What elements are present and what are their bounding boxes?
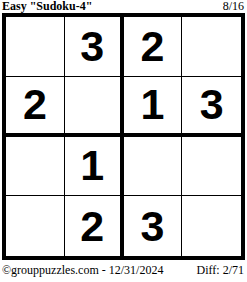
puzzle-title: Easy "Sudoku-4" [2,0,92,13]
cell-r3c2: 1 [65,137,124,197]
cell-r4c2: 2 [65,196,124,256]
clue-count: 8/16 [223,0,244,13]
cell-r2c2[interactable] [65,77,124,137]
cell-r4c4[interactable] [182,196,241,256]
cell-r1c2: 3 [65,17,124,77]
difficulty-text: Diff: 2/71 [197,263,244,278]
cell-r4c1[interactable] [6,196,65,256]
cell-r3c4[interactable] [182,137,241,197]
sudoku-board: 32213123 [2,13,245,260]
cell-r2c4: 3 [182,77,241,137]
cell-r4c3: 3 [124,196,183,256]
cell-r1c1[interactable] [6,17,65,77]
page-header: Easy "Sudoku-4" 8/16 [2,0,244,13]
cell-r3c3[interactable] [124,137,183,197]
cell-r1c4[interactable] [182,17,241,77]
cell-r1c3: 2 [124,17,183,77]
page-footer: ©grouppuzzles.com - 12/31/2024 Diff: 2/7… [2,263,244,278]
cell-r3c1[interactable] [6,137,65,197]
copyright-text: ©grouppuzzles.com - 12/31/2024 [2,263,163,278]
cell-r2c1: 2 [6,77,65,137]
cell-r2c3: 1 [124,77,183,137]
